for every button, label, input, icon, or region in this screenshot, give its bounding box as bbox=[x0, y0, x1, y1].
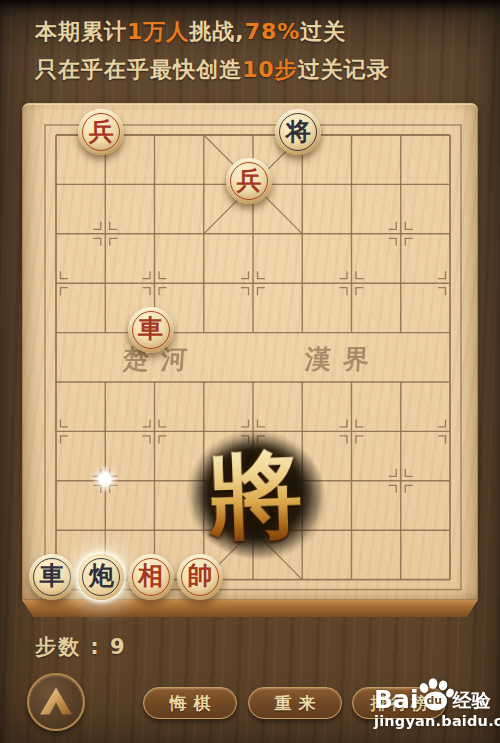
record-text-part: 过关记录 bbox=[298, 57, 390, 82]
piece-character: 相 bbox=[128, 554, 174, 600]
step-counter-value: 9 bbox=[110, 635, 127, 659]
top-shadow-strip bbox=[0, 0, 500, 9]
piece-character: 車 bbox=[128, 307, 174, 353]
check-stamp-overlay: 將 bbox=[178, 420, 333, 567]
board-bottom-bevel bbox=[22, 600, 478, 617]
piece-character: 兵 bbox=[78, 109, 124, 155]
stats-text: 过关 bbox=[300, 19, 346, 44]
baidu-jingyan-watermark: Bai du 经验 jingyan.baidu.com bbox=[374, 678, 500, 729]
stats-count-highlight: 1万人 bbox=[127, 19, 189, 44]
step-counter-colon-char: : bbox=[90, 635, 100, 659]
record-text-part: 只在乎在乎最快创造 bbox=[35, 57, 242, 82]
restart-button[interactable]: 重来 bbox=[248, 687, 342, 719]
watermark-brand-row: Bai du 经验 bbox=[374, 678, 500, 712]
app-screen: 本期累计1万人挑战,78%过关 只在乎在乎最快创造10步过关记录 楚河 漢界 將… bbox=[0, 0, 500, 743]
piece-炮-black[interactable]: 炮 bbox=[78, 554, 124, 600]
step-counter-colon bbox=[81, 635, 90, 659]
piece-相-red[interactable]: 相 bbox=[128, 554, 174, 600]
challenge-stats-text: 本期累计1万人挑战,78%过关 bbox=[35, 17, 346, 47]
piece-将-black[interactable]: 将 bbox=[275, 109, 321, 155]
paw-print-icon: du bbox=[417, 678, 454, 712]
river-label-han-jie: 漢界 bbox=[304, 342, 382, 377]
step-counter-label: 步数 bbox=[35, 635, 81, 659]
stats-text: 本期累计 bbox=[35, 19, 127, 44]
up-arrow-icon bbox=[40, 688, 72, 715]
piece-車-black[interactable]: 車 bbox=[29, 554, 75, 600]
step-counter: 步数 : 9 bbox=[35, 633, 127, 661]
sparkle-effect-icon bbox=[90, 464, 120, 494]
piece-character: 将 bbox=[275, 109, 321, 155]
watermark-du-text: du bbox=[427, 695, 443, 706]
watermark-bai-text: Bai bbox=[374, 687, 419, 712]
record-text: 只在乎在乎最快创造10步过关记录 bbox=[35, 55, 390, 85]
step-counter-spacer bbox=[101, 635, 110, 659]
undo-move-button[interactable]: 悔棋 bbox=[143, 687, 237, 719]
stats-text: 挑战, bbox=[189, 19, 244, 44]
watermark-url: jingyan.baidu.com bbox=[374, 713, 500, 729]
piece-車-red[interactable]: 車 bbox=[128, 307, 174, 353]
piece-character: 車 bbox=[29, 554, 75, 600]
stats-percent-highlight: 78% bbox=[245, 19, 301, 44]
xiangqi-board[interactable]: 楚河 漢界 將 兵将兵車車炮相帥 bbox=[22, 103, 478, 600]
record-steps-highlight: 10步 bbox=[242, 57, 298, 82]
piece-character: 兵 bbox=[226, 158, 272, 204]
watermark-jingyan-text: 经验 bbox=[453, 690, 491, 712]
piece-character: 炮 bbox=[78, 554, 124, 600]
check-stamp-character: 將 bbox=[206, 445, 304, 543]
scroll-up-button[interactable] bbox=[27, 673, 85, 731]
piece-兵-red[interactable]: 兵 bbox=[226, 158, 272, 204]
piece-兵-red[interactable]: 兵 bbox=[78, 109, 124, 155]
